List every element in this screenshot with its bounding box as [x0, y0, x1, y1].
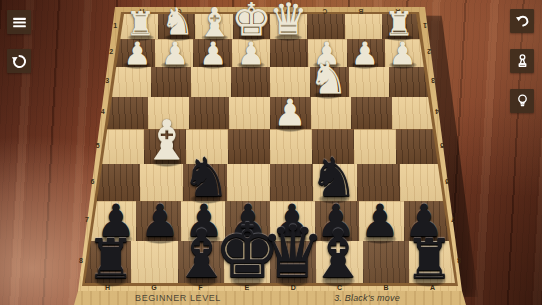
piece-wP-h2[interactable]: ♟ [123, 37, 151, 68]
piece-bB-c8[interactable]: ♝ [308, 221, 368, 287]
rotate-board-button[interactable] [7, 49, 31, 73]
piece-wP-d4[interactable]: ♟ [274, 95, 307, 131]
piece-bR-a8[interactable]: ♜ [405, 232, 454, 287]
piece-wP-g2[interactable]: ♟ [161, 37, 189, 68]
difficulty-label: BEGINNER LEVEL [135, 293, 221, 303]
undo-icon [513, 12, 532, 31]
rotate-icon [10, 52, 29, 71]
pawn-icon [513, 52, 532, 71]
piece-wP-f2[interactable]: ♟ [199, 37, 227, 68]
piece-wP-a2[interactable]: ♟ [389, 37, 417, 68]
piece-wP-e2[interactable]: ♟ [237, 37, 265, 68]
piece-bR-h8[interactable]: ♜ [86, 232, 135, 287]
lightbulb-icon [513, 92, 532, 111]
undo-button[interactable] [510, 9, 534, 33]
move-indicator: 3. Black's move [334, 293, 400, 303]
chess-app-screen: HHGGFFEEDDCCBBAA1122334455667788 ♜♞♝♚♛♜♟… [0, 0, 542, 305]
pieces-layer: ♜♞♝♚♛♜♟♟♟♟♟♟♟♞♟♝♞♞♟♟♟♟♟♟♟♟♜♝♚♛♝♜ [0, 0, 542, 305]
menu-button[interactable] [7, 10, 31, 34]
hint-button[interactable] [510, 89, 534, 113]
piece-wN-c3[interactable]: ♞ [309, 56, 348, 100]
hamburger-icon [10, 13, 29, 32]
piece-style-button[interactable] [510, 49, 534, 73]
piece-wQ-d1[interactable]: ♛ [269, 0, 308, 42]
piece-wP-b2[interactable]: ♟ [351, 37, 379, 68]
